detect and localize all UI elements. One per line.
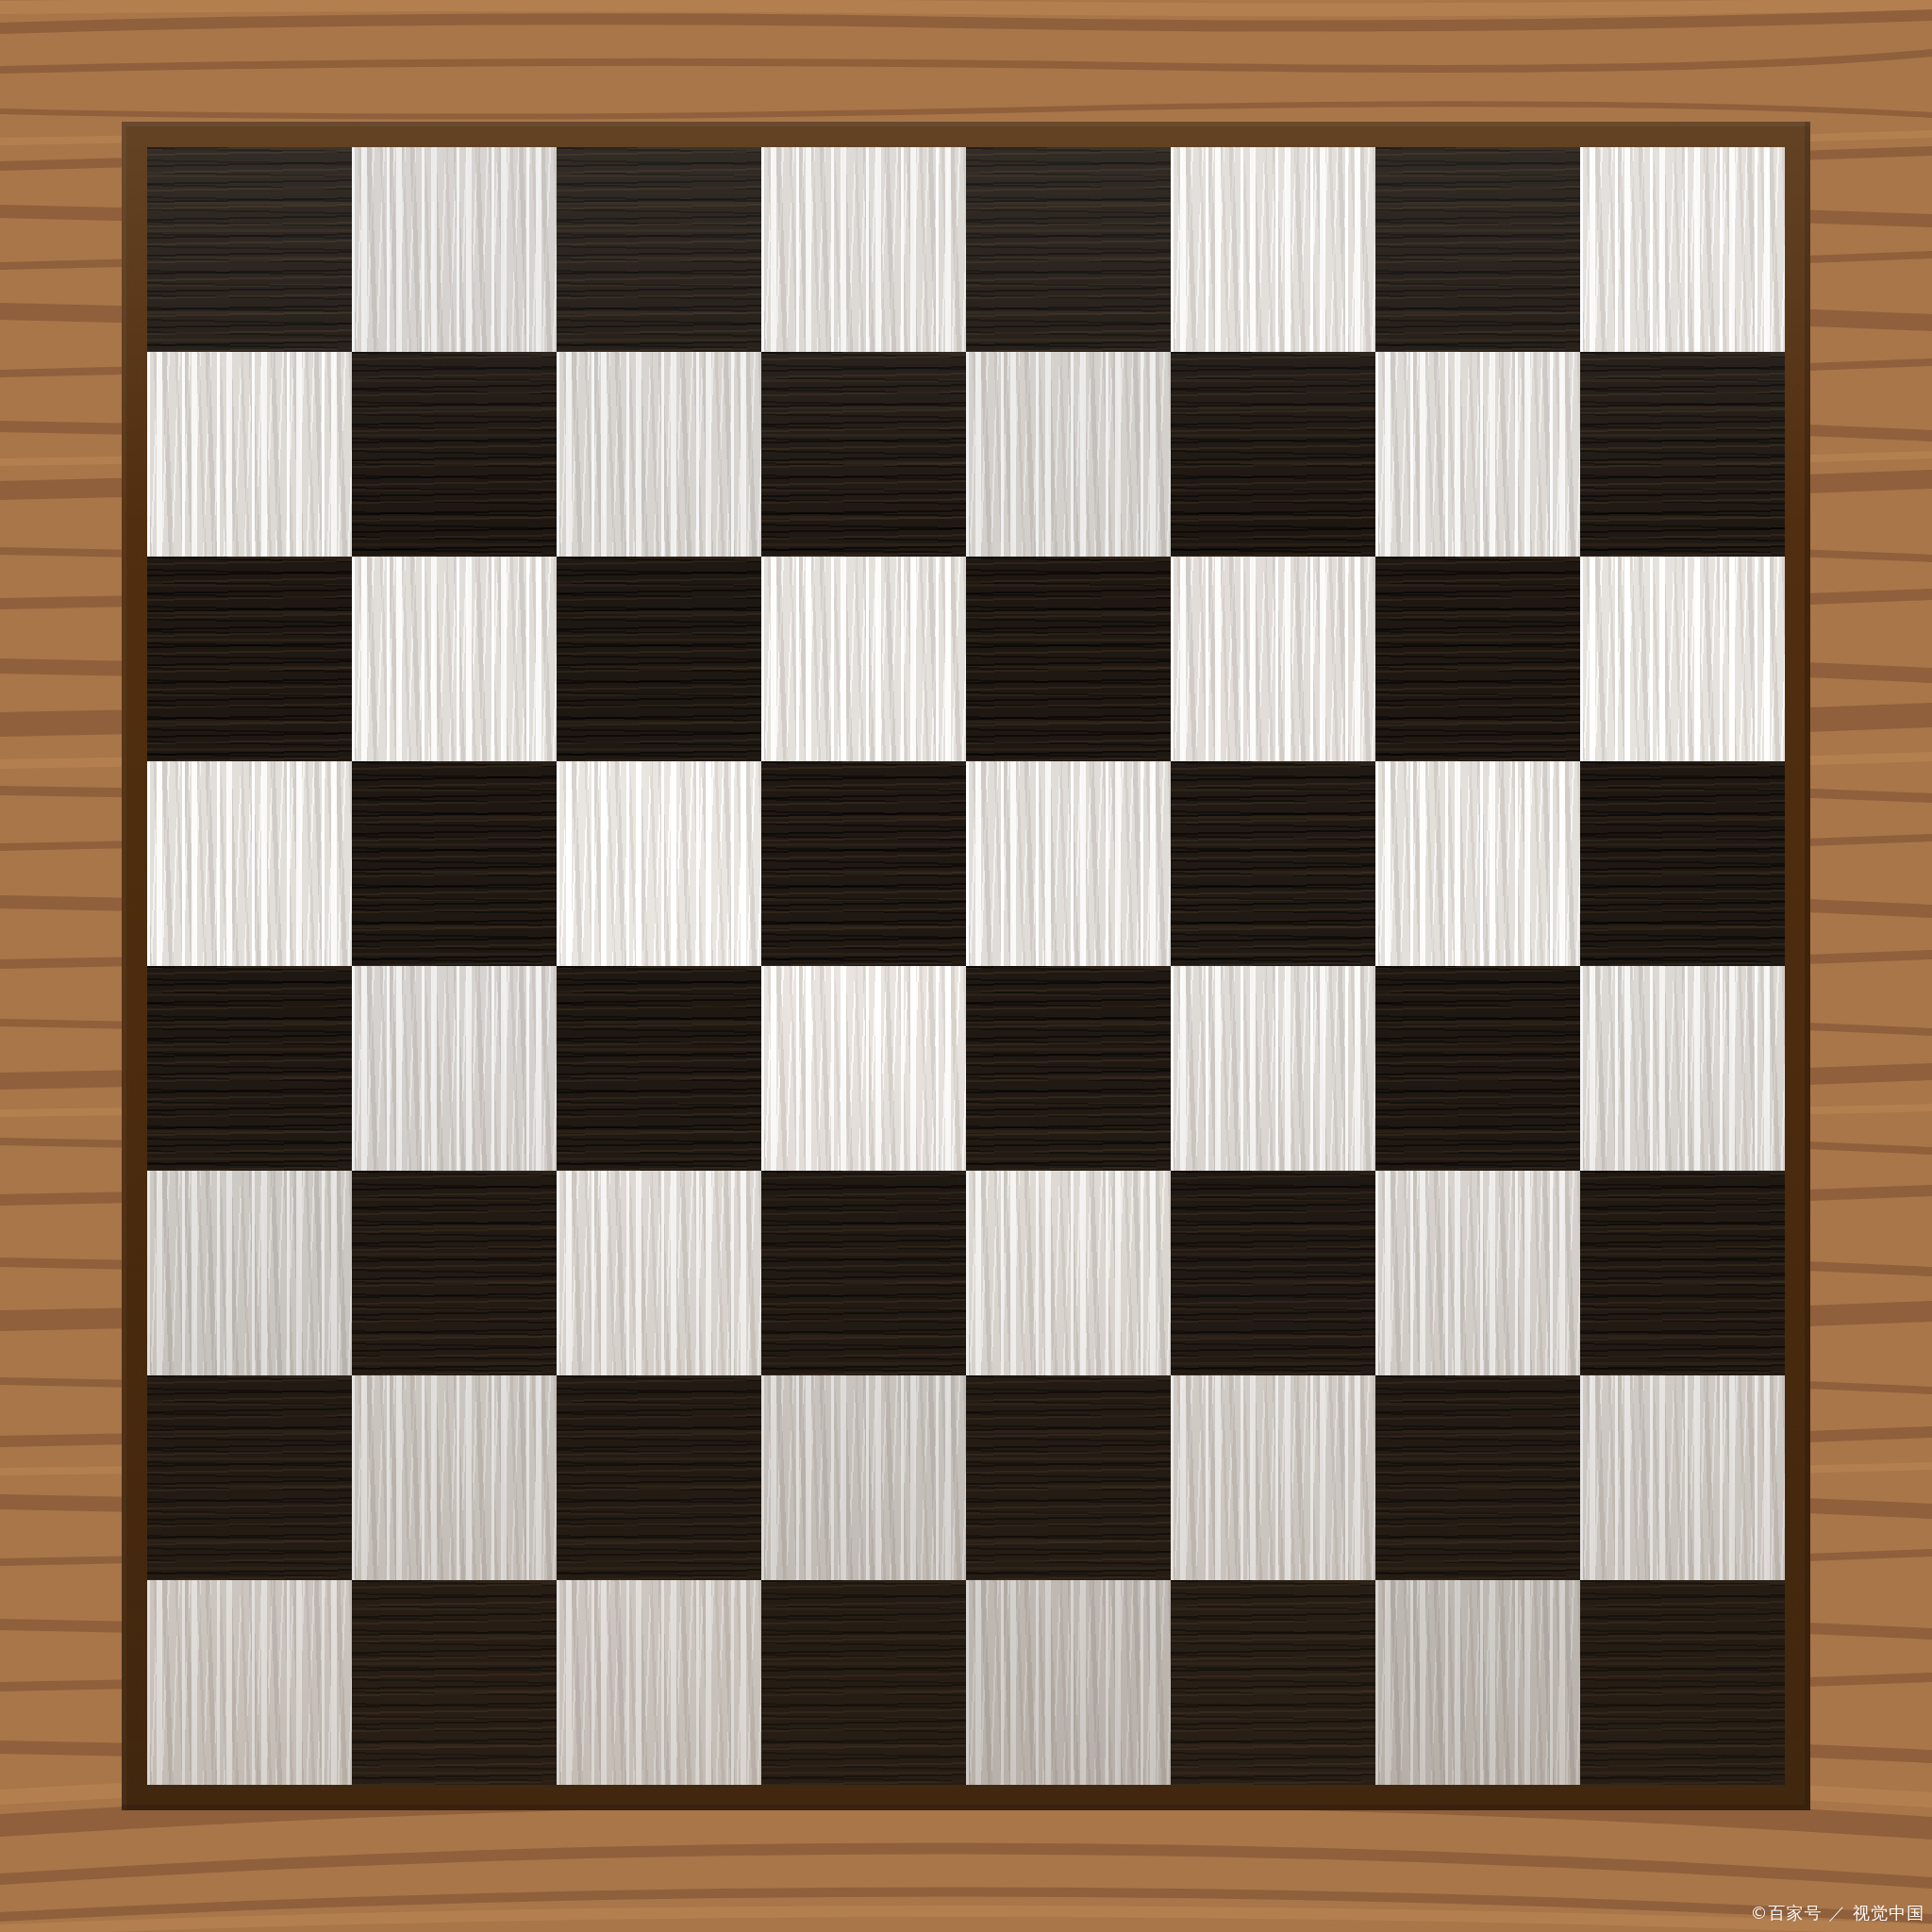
square-a3[interactable] — [147, 1171, 352, 1375]
chessboard — [147, 147, 1785, 1785]
square-e4[interactable] — [966, 966, 1171, 1171]
square-a8[interactable] — [147, 147, 352, 352]
square-f8[interactable] — [1171, 147, 1375, 352]
square-a6[interactable] — [147, 557, 352, 761]
square-d5[interactable] — [761, 761, 966, 966]
square-h7[interactable] — [1580, 352, 1785, 557]
square-c2[interactable] — [557, 1375, 761, 1580]
square-d4[interactable] — [761, 966, 966, 1171]
square-f4[interactable] — [1171, 966, 1375, 1171]
square-f3[interactable] — [1171, 1171, 1375, 1375]
square-d2[interactable] — [761, 1375, 966, 1580]
square-c3[interactable] — [557, 1171, 761, 1375]
square-c7[interactable] — [557, 352, 761, 557]
square-h3[interactable] — [1580, 1171, 1785, 1375]
square-e8[interactable] — [966, 147, 1171, 352]
square-e2[interactable] — [966, 1375, 1171, 1580]
square-d7[interactable] — [761, 352, 966, 557]
square-b1[interactable] — [352, 1580, 557, 1785]
square-f1[interactable] — [1171, 1580, 1375, 1785]
square-g1[interactable] — [1375, 1580, 1580, 1785]
square-h1[interactable] — [1580, 1580, 1785, 1785]
square-f6[interactable] — [1171, 557, 1375, 761]
square-e7[interactable] — [966, 352, 1171, 557]
square-e6[interactable] — [966, 557, 1171, 761]
square-c1[interactable] — [557, 1580, 761, 1785]
square-b7[interactable] — [352, 352, 557, 557]
square-d1[interactable] — [761, 1580, 966, 1785]
square-c8[interactable] — [557, 147, 761, 352]
square-e1[interactable] — [966, 1580, 1171, 1785]
square-d6[interactable] — [761, 557, 966, 761]
square-f5[interactable] — [1171, 761, 1375, 966]
square-b6[interactable] — [352, 557, 557, 761]
square-c6[interactable] — [557, 557, 761, 761]
square-g3[interactable] — [1375, 1171, 1580, 1375]
square-b8[interactable] — [352, 147, 557, 352]
square-a5[interactable] — [147, 761, 352, 966]
square-a4[interactable] — [147, 966, 352, 1171]
square-g7[interactable] — [1375, 352, 1580, 557]
square-a2[interactable] — [147, 1375, 352, 1580]
scene: ©百家号 ／ 视觉中国 — [0, 0, 1932, 1932]
board-frame — [122, 122, 1810, 1810]
square-g5[interactable] — [1375, 761, 1580, 966]
square-a1[interactable] — [147, 1580, 352, 1785]
square-g6[interactable] — [1375, 557, 1580, 761]
square-a7[interactable] — [147, 352, 352, 557]
watermark: ©百家号 ／ 视觉中国 — [1751, 1902, 1924, 1924]
square-c5[interactable] — [557, 761, 761, 966]
square-f2[interactable] — [1171, 1375, 1375, 1580]
square-g2[interactable] — [1375, 1375, 1580, 1580]
square-h2[interactable] — [1580, 1375, 1785, 1580]
square-g8[interactable] — [1375, 147, 1580, 352]
square-h5[interactable] — [1580, 761, 1785, 966]
square-b2[interactable] — [352, 1375, 557, 1580]
square-g4[interactable] — [1375, 966, 1580, 1171]
square-d8[interactable] — [761, 147, 966, 352]
square-h4[interactable] — [1580, 966, 1785, 1171]
square-d3[interactable] — [761, 1171, 966, 1375]
square-b4[interactable] — [352, 966, 557, 1171]
square-h8[interactable] — [1580, 147, 1785, 352]
square-c4[interactable] — [557, 966, 761, 1171]
square-b3[interactable] — [352, 1171, 557, 1375]
square-e5[interactable] — [966, 761, 1171, 966]
square-f7[interactable] — [1171, 352, 1375, 557]
square-b5[interactable] — [352, 761, 557, 966]
square-e3[interactable] — [966, 1171, 1171, 1375]
square-h6[interactable] — [1580, 557, 1785, 761]
